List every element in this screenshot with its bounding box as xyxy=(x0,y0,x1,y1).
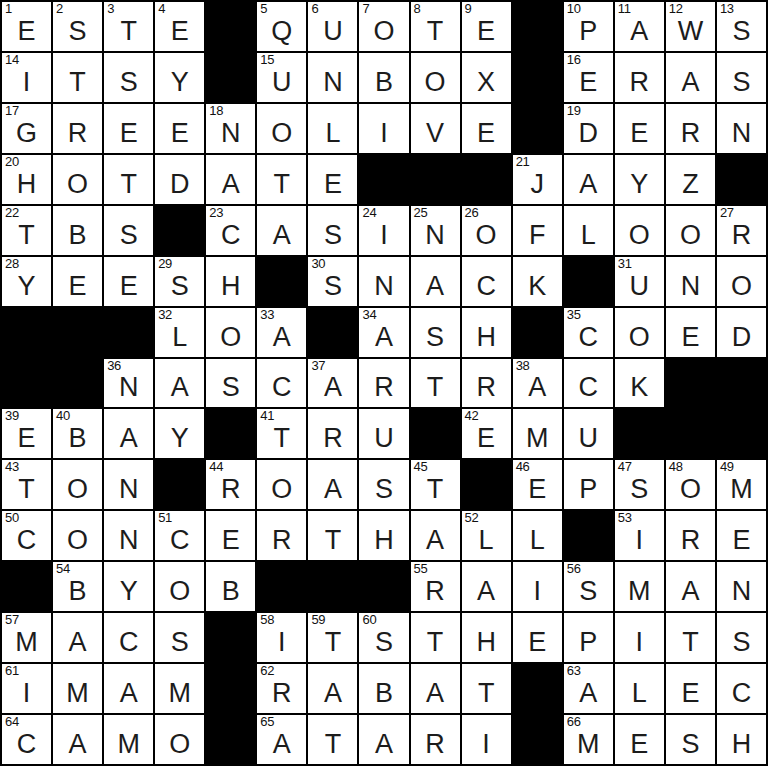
cell-r5c15[interactable]: 27R xyxy=(717,206,766,255)
cell-r4c7[interactable]: E xyxy=(308,155,357,204)
cell-r12c2[interactable]: 54B xyxy=(53,562,102,611)
cell-r12c11[interactable]: I xyxy=(513,562,562,611)
cell-letter: A xyxy=(257,324,306,351)
clue-number: 52 xyxy=(465,511,479,526)
cell-letter: N xyxy=(104,476,153,503)
cell-letter: B xyxy=(53,578,102,605)
cell-r14c6[interactable]: 62R xyxy=(257,664,306,713)
cell-letter: M xyxy=(155,680,204,707)
black-cell xyxy=(513,715,562,764)
cell-r6c11[interactable]: K xyxy=(513,257,562,306)
cell-letter: A xyxy=(53,731,102,758)
cell-r13c11[interactable]: E xyxy=(513,613,562,662)
cell-r9c8[interactable]: U xyxy=(359,409,408,458)
clue-number: 57 xyxy=(5,613,19,628)
cell-letter: E xyxy=(104,120,153,147)
clue-number: 66 xyxy=(567,715,581,730)
black-cell xyxy=(206,664,255,713)
cell-letter: E xyxy=(615,120,664,147)
cell-r10c2[interactable]: O xyxy=(53,460,102,509)
cell-r8c7[interactable]: 37A xyxy=(308,359,357,408)
black-cell xyxy=(2,359,51,408)
cell-letter: N xyxy=(359,273,408,300)
cell-letter: E xyxy=(717,527,766,554)
cell-letter: N xyxy=(666,273,715,300)
cell-r9c10[interactable]: 42E xyxy=(462,409,511,458)
cell-letter: L xyxy=(564,222,613,249)
cell-letter: S xyxy=(615,476,664,503)
cell-r7c8[interactable]: 34A xyxy=(359,308,408,357)
cell-letter: D xyxy=(564,120,613,147)
cell-r4c13[interactable]: Y xyxy=(615,155,664,204)
cell-letter: E xyxy=(666,680,715,707)
clue-number: 4 xyxy=(158,2,165,17)
cell-r5c10[interactable]: 26O xyxy=(462,206,511,255)
cell-r3c6[interactable]: O xyxy=(257,104,306,153)
cell-letter: N xyxy=(411,222,460,249)
cell-letter: E xyxy=(666,324,715,351)
cell-r7c13[interactable]: O xyxy=(615,308,664,357)
cell-letter: R xyxy=(717,222,766,249)
clue-number: 51 xyxy=(158,511,172,526)
cell-r5c5[interactable]: 23C xyxy=(206,206,255,255)
cell-r13c7[interactable]: 59T xyxy=(308,613,357,662)
cell-r11c15[interactable]: E xyxy=(717,511,766,560)
cell-r10c12[interactable]: P xyxy=(564,460,613,509)
cell-r15c2[interactable]: A xyxy=(53,715,102,764)
cell-r4c4[interactable]: D xyxy=(155,155,204,204)
cell-r2c12[interactable]: 16E xyxy=(564,53,613,102)
cell-r13c12[interactable]: P xyxy=(564,613,613,662)
cell-letter: A xyxy=(462,578,511,605)
cell-r1c9[interactable]: 8T xyxy=(411,2,460,51)
black-cell xyxy=(666,409,715,458)
cell-letter: T xyxy=(2,476,51,503)
cell-r14c4[interactable]: M xyxy=(155,664,204,713)
cell-r10c3[interactable]: N xyxy=(104,460,153,509)
cell-r10c6[interactable]: O xyxy=(257,460,306,509)
cell-r14c12[interactable]: 63A xyxy=(564,664,613,713)
cell-r14c8[interactable]: B xyxy=(359,664,408,713)
cell-r14c2[interactable]: M xyxy=(53,664,102,713)
clue-number: 34 xyxy=(362,308,376,323)
cell-r6c9[interactable]: A xyxy=(411,257,460,306)
cell-r8c8[interactable]: R xyxy=(359,359,408,408)
black-cell xyxy=(564,511,613,560)
cell-letter: I xyxy=(257,629,306,656)
cell-r10c1[interactable]: 43T xyxy=(2,460,51,509)
cell-r12c13[interactable]: M xyxy=(615,562,664,611)
cell-r15c9[interactable]: R xyxy=(411,715,460,764)
cell-r3c3[interactable]: E xyxy=(104,104,153,153)
cell-r12c4[interactable]: O xyxy=(155,562,204,611)
clue-number: 42 xyxy=(465,409,479,424)
cell-r11c1[interactable]: 50C xyxy=(2,511,51,560)
cell-r5c1[interactable]: 22T xyxy=(2,206,51,255)
cell-letter: E xyxy=(615,731,664,758)
black-cell xyxy=(513,104,562,153)
cell-letter: L xyxy=(155,324,204,351)
cell-r10c9[interactable]: 45T xyxy=(411,460,460,509)
cell-letter: N xyxy=(104,374,153,401)
cell-r13c15[interactable]: S xyxy=(717,613,766,662)
cell-letter: A xyxy=(155,374,204,401)
cell-letter: N xyxy=(206,120,255,147)
cell-r13c1[interactable]: 57M xyxy=(2,613,51,662)
cell-r2c9[interactable]: O xyxy=(411,53,460,102)
cell-r15c7[interactable]: T xyxy=(308,715,357,764)
cell-r2c2[interactable]: T xyxy=(53,53,102,102)
cell-r1c12[interactable]: 10P xyxy=(564,2,613,51)
cell-letter: Y xyxy=(155,425,204,452)
cell-r1c7[interactable]: 6U xyxy=(308,2,357,51)
cell-r12c9[interactable]: 55R xyxy=(411,562,460,611)
cell-letter: A xyxy=(53,629,102,656)
cell-r10c11[interactable]: 46E xyxy=(513,460,562,509)
cell-r7c15[interactable]: D xyxy=(717,308,766,357)
black-cell xyxy=(359,155,408,204)
clue-number: 39 xyxy=(5,409,19,424)
cell-r3c1[interactable]: 17G xyxy=(2,104,51,153)
cell-letter: A xyxy=(359,731,408,758)
cell-r6c4[interactable]: 29S xyxy=(155,257,204,306)
cell-letter: O xyxy=(53,527,102,554)
cell-letter: U xyxy=(564,425,613,452)
cell-r4c11[interactable]: 21J xyxy=(513,155,562,204)
cell-r15c6[interactable]: 65A xyxy=(257,715,306,764)
cell-letter: K xyxy=(513,273,562,300)
black-cell xyxy=(411,409,460,458)
cell-r13c6[interactable]: 58I xyxy=(257,613,306,662)
cell-r3c12[interactable]: 19D xyxy=(564,104,613,153)
cell-letter: T xyxy=(462,680,511,707)
cell-r6c8[interactable]: N xyxy=(359,257,408,306)
cell-letter: C xyxy=(564,374,613,401)
cell-letter: D xyxy=(717,324,766,351)
cell-r14c1[interactable]: 61I xyxy=(2,664,51,713)
clue-number: 43 xyxy=(5,460,19,475)
cell-r11c14[interactable]: R xyxy=(666,511,715,560)
cell-r15c3[interactable]: M xyxy=(104,715,153,764)
cell-r11c11[interactable]: L xyxy=(513,511,562,560)
cell-r15c1[interactable]: 64C xyxy=(2,715,51,764)
clue-number: 17 xyxy=(5,104,19,119)
cell-r10c15[interactable]: 49M xyxy=(717,460,766,509)
cell-r12c12[interactable]: 56S xyxy=(564,562,613,611)
cell-r4c1[interactable]: 20H xyxy=(2,155,51,204)
cell-r11c10[interactable]: 52L xyxy=(462,511,511,560)
cell-letter: L xyxy=(615,680,664,707)
clue-number: 63 xyxy=(567,664,581,679)
cell-letter: A xyxy=(411,680,460,707)
black-cell xyxy=(564,257,613,306)
cell-letter: H xyxy=(206,273,255,300)
cell-r7c5[interactable]: O xyxy=(206,308,255,357)
cell-r5c9[interactable]: 25N xyxy=(411,206,460,255)
cell-letter: U xyxy=(308,18,357,45)
cell-r6c10[interactable]: C xyxy=(462,257,511,306)
cell-r1c15[interactable]: 13S xyxy=(717,2,766,51)
cell-letter: R xyxy=(359,374,408,401)
cell-r14c10[interactable]: T xyxy=(462,664,511,713)
clue-number: 31 xyxy=(618,257,632,272)
cell-r10c13[interactable]: 47S xyxy=(615,460,664,509)
cell-r9c3[interactable]: A xyxy=(104,409,153,458)
clue-number: 55 xyxy=(414,562,428,577)
clue-number: 2 xyxy=(56,2,63,17)
cell-letter: A xyxy=(513,374,562,401)
cell-letter: O xyxy=(615,222,664,249)
cell-letter: T xyxy=(308,731,357,758)
cell-r3c2[interactable]: R xyxy=(53,104,102,153)
black-cell xyxy=(155,206,204,255)
clue-number: 6 xyxy=(311,2,318,17)
cell-letter: R xyxy=(257,527,306,554)
cell-letter: E xyxy=(206,527,255,554)
cell-r9c11[interactable]: M xyxy=(513,409,562,458)
cell-r14c3[interactable]: A xyxy=(104,664,153,713)
cell-letter: O xyxy=(359,18,408,45)
cell-letter: S xyxy=(359,629,408,656)
cell-r15c12[interactable]: 66M xyxy=(564,715,613,764)
cell-letter: H xyxy=(717,731,766,758)
cell-r2c14[interactable]: A xyxy=(666,53,715,102)
cell-r5c3[interactable]: S xyxy=(104,206,153,255)
cell-letter: C xyxy=(155,527,204,554)
cell-letter: A xyxy=(666,69,715,96)
clue-number: 21 xyxy=(516,155,530,170)
cell-letter: E xyxy=(155,18,204,45)
black-cell xyxy=(53,359,102,408)
cell-r5c2[interactable]: B xyxy=(53,206,102,255)
black-cell xyxy=(513,2,562,51)
cell-r4c14[interactable]: Z xyxy=(666,155,715,204)
cell-r13c14[interactable]: T xyxy=(666,613,715,662)
cell-letter: N xyxy=(717,120,766,147)
cell-letter: U xyxy=(257,69,306,96)
cell-r10c5[interactable]: 44R xyxy=(206,460,255,509)
cell-r15c13[interactable]: E xyxy=(615,715,664,764)
cell-r11c2[interactable]: O xyxy=(53,511,102,560)
cell-r4c5[interactable]: A xyxy=(206,155,255,204)
cell-r14c7[interactable]: A xyxy=(308,664,357,713)
cell-r14c14[interactable]: E xyxy=(666,664,715,713)
cell-r1c14[interactable]: 12W xyxy=(666,2,715,51)
cell-r13c3[interactable]: C xyxy=(104,613,153,662)
cell-letter: S xyxy=(308,222,357,249)
cell-r14c9[interactable]: A xyxy=(411,664,460,713)
cell-r4c6[interactable]: T xyxy=(257,155,306,204)
clue-number: 26 xyxy=(465,206,479,221)
cell-r13c8[interactable]: 60S xyxy=(359,613,408,662)
cell-r9c4[interactable]: Y xyxy=(155,409,204,458)
cell-r5c7[interactable]: S xyxy=(308,206,357,255)
cell-r2c1[interactable]: 14I xyxy=(2,53,51,102)
cell-r1c6[interactable]: 5Q xyxy=(257,2,306,51)
black-cell xyxy=(257,562,306,611)
cell-r12c5[interactable]: B xyxy=(206,562,255,611)
cell-r10c14[interactable]: 48O xyxy=(666,460,715,509)
cell-letter: L xyxy=(513,527,562,554)
cell-r4c2[interactable]: O xyxy=(53,155,102,204)
cell-r1c8[interactable]: 7O xyxy=(359,2,408,51)
cell-letter: B xyxy=(53,425,102,452)
cell-letter: M xyxy=(717,476,766,503)
cell-r11c6[interactable]: R xyxy=(257,511,306,560)
cell-r9c6[interactable]: 41T xyxy=(257,409,306,458)
cell-r5c11[interactable]: F xyxy=(513,206,562,255)
cell-r1c13[interactable]: 11A xyxy=(615,2,664,51)
cell-r3c4[interactable]: E xyxy=(155,104,204,153)
black-cell xyxy=(155,460,204,509)
cell-r11c3[interactable]: N xyxy=(104,511,153,560)
cell-r12c10[interactable]: A xyxy=(462,562,511,611)
cell-r3c8[interactable]: I xyxy=(359,104,408,153)
cell-r9c2[interactable]: 40B xyxy=(53,409,102,458)
cell-r2c8[interactable]: B xyxy=(359,53,408,102)
cell-r9c1[interactable]: 39E xyxy=(2,409,51,458)
cell-letter: S xyxy=(411,324,460,351)
cell-r12c14[interactable]: A xyxy=(666,562,715,611)
cell-letter: I xyxy=(359,120,408,147)
cell-r10c8[interactable]: S xyxy=(359,460,408,509)
cell-r4c12[interactable]: A xyxy=(564,155,613,204)
cell-r6c5[interactable]: H xyxy=(206,257,255,306)
cell-r6c13[interactable]: 31U xyxy=(615,257,664,306)
cell-letter: S xyxy=(717,18,766,45)
cell-r5c6[interactable]: A xyxy=(257,206,306,255)
cell-r7c10[interactable]: H xyxy=(462,308,511,357)
cell-r13c13[interactable]: I xyxy=(615,613,664,662)
cell-r7c9[interactable]: S xyxy=(411,308,460,357)
cell-r14c13[interactable]: L xyxy=(615,664,664,713)
cell-r7c12[interactable]: 35C xyxy=(564,308,613,357)
cell-r6c2[interactable]: E xyxy=(53,257,102,306)
cell-r8c6[interactable]: C xyxy=(257,359,306,408)
cell-r13c2[interactable]: A xyxy=(53,613,102,662)
cell-letter: T xyxy=(666,629,715,656)
cell-r15c4[interactable]: O xyxy=(155,715,204,764)
cell-r15c10[interactable]: I xyxy=(462,715,511,764)
cell-letter: M xyxy=(615,578,664,605)
cell-r3c10[interactable]: E xyxy=(462,104,511,153)
clue-number: 18 xyxy=(209,104,223,119)
cell-r3c9[interactable]: V xyxy=(411,104,460,153)
cell-r13c4[interactable]: S xyxy=(155,613,204,662)
cell-r8c3[interactable]: 36N xyxy=(104,359,153,408)
clue-number: 20 xyxy=(5,155,19,170)
cell-r7c6[interactable]: 33A xyxy=(257,308,306,357)
cell-r7c14[interactable]: E xyxy=(666,308,715,357)
cell-letter: V xyxy=(411,120,460,147)
cell-r11c9[interactable]: A xyxy=(411,511,460,560)
clue-number: 40 xyxy=(56,409,70,424)
cell-r12c3[interactable]: Y xyxy=(104,562,153,611)
cell-r9c7[interactable]: R xyxy=(308,409,357,458)
cell-r11c4[interactable]: 51C xyxy=(155,511,204,560)
cell-r3c15[interactable]: N xyxy=(717,104,766,153)
cell-r4c3[interactable]: T xyxy=(104,155,153,204)
cell-r1c4[interactable]: 4E xyxy=(155,2,204,51)
cell-r2c6[interactable]: 15U xyxy=(257,53,306,102)
cell-r8c13[interactable]: K xyxy=(615,359,664,408)
cell-r15c14[interactable]: S xyxy=(666,715,715,764)
cell-r8c11[interactable]: 38A xyxy=(513,359,562,408)
cell-r3c7[interactable]: L xyxy=(308,104,357,153)
cell-r1c2[interactable]: 2S xyxy=(53,2,102,51)
cell-r2c15[interactable]: S xyxy=(717,53,766,102)
cell-r8c12[interactable]: C xyxy=(564,359,613,408)
clue-number: 49 xyxy=(720,460,734,475)
cell-r13c10[interactable]: H xyxy=(462,613,511,662)
cell-r11c13[interactable]: 53I xyxy=(615,511,664,560)
cell-r3c14[interactable]: R xyxy=(666,104,715,153)
cell-r11c7[interactable]: T xyxy=(308,511,357,560)
cell-r8c9[interactable]: T xyxy=(411,359,460,408)
cell-r2c3[interactable]: S xyxy=(104,53,153,102)
cell-r9c12[interactable]: U xyxy=(564,409,613,458)
cell-r5c12[interactable]: L xyxy=(564,206,613,255)
cell-r2c7[interactable]: N xyxy=(308,53,357,102)
cell-r6c3[interactable]: E xyxy=(104,257,153,306)
cell-r6c15[interactable]: O xyxy=(717,257,766,306)
cell-r11c5[interactable]: E xyxy=(206,511,255,560)
clue-number: 24 xyxy=(362,206,376,221)
cell-letter: C xyxy=(2,527,51,554)
cell-r5c8[interactable]: 24I xyxy=(359,206,408,255)
cell-r2c4[interactable]: Y xyxy=(155,53,204,102)
cell-r1c10[interactable]: 9E xyxy=(462,2,511,51)
clue-number: 8 xyxy=(414,2,421,17)
cell-letter: O xyxy=(666,222,715,249)
cell-r8c10[interactable]: R xyxy=(462,359,511,408)
cell-r14c15[interactable]: C xyxy=(717,664,766,713)
black-cell xyxy=(717,409,766,458)
cell-r15c15[interactable]: H xyxy=(717,715,766,764)
cell-r11c8[interactable]: H xyxy=(359,511,408,560)
cell-letter: A xyxy=(206,171,255,198)
cell-r3c13[interactable]: E xyxy=(615,104,664,153)
cell-r2c13[interactable]: R xyxy=(615,53,664,102)
cell-letter: H xyxy=(462,324,511,351)
cell-r6c7[interactable]: 30S xyxy=(308,257,357,306)
clue-number: 37 xyxy=(311,359,325,374)
clue-number: 22 xyxy=(5,206,19,221)
cell-letter: E xyxy=(462,425,511,452)
clue-number: 1 xyxy=(5,2,12,17)
cell-r6c14[interactable]: N xyxy=(666,257,715,306)
cell-r8c5[interactable]: S xyxy=(206,359,255,408)
cell-r5c14[interactable]: O xyxy=(666,206,715,255)
cell-letter: R xyxy=(462,374,511,401)
cell-r3c5[interactable]: 18N xyxy=(206,104,255,153)
cell-r8c4[interactable]: A xyxy=(155,359,204,408)
cell-letter: O xyxy=(155,578,204,605)
cell-r13c9[interactable]: T xyxy=(411,613,460,662)
cell-r6c1[interactable]: 28Y xyxy=(2,257,51,306)
clue-number: 36 xyxy=(107,359,121,374)
cell-r15c8[interactable]: A xyxy=(359,715,408,764)
cell-r1c3[interactable]: 3T xyxy=(104,2,153,51)
cell-r2c10[interactable]: X xyxy=(462,53,511,102)
cell-r12c15[interactable]: N xyxy=(717,562,766,611)
cell-r5c13[interactable]: O xyxy=(615,206,664,255)
clue-number: 28 xyxy=(5,257,19,272)
cell-r7c4[interactable]: 32L xyxy=(155,308,204,357)
cell-r10c7[interactable]: A xyxy=(308,460,357,509)
cell-letter: A xyxy=(564,171,613,198)
cell-r1c1[interactable]: 1E xyxy=(2,2,51,51)
